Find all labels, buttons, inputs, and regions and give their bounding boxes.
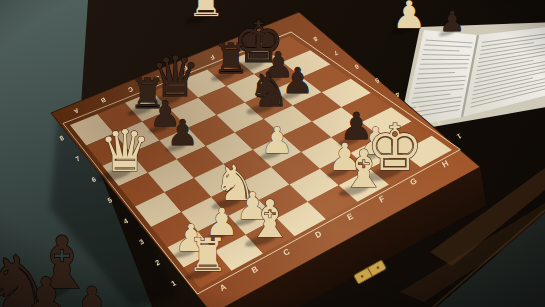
vignette [0,0,545,307]
photo-stage: Wooden tournament chess board with mid-g… [0,0,545,307]
chess-scene: Wooden tournament chess board with mid-g… [0,0,545,307]
